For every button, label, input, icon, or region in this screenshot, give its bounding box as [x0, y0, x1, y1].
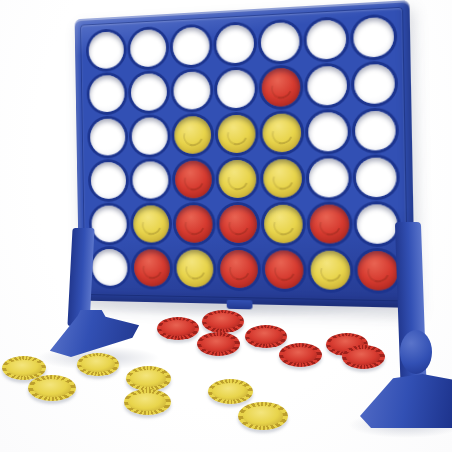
- loose-red-disc-4[interactable]: [245, 325, 287, 348]
- loose-red-disc-3[interactable]: [197, 332, 240, 356]
- loose-red-disc-5[interactable]: [279, 343, 322, 367]
- loose-yellow-disc-4[interactable]: [126, 366, 171, 391]
- loose-yellow-disc-6[interactable]: [208, 379, 253, 404]
- loose-yellow-disc-7[interactable]: [238, 402, 288, 430]
- loose-red-disc-2[interactable]: [202, 310, 244, 333]
- loose-yellow-disc-3[interactable]: [77, 353, 119, 376]
- loose-yellow-disc-2[interactable]: [28, 375, 76, 401]
- loose-red-disc-1[interactable]: [157, 317, 199, 340]
- loose-yellow-disc-5[interactable]: [124, 389, 171, 415]
- scene: [0, 0, 452, 452]
- table-discs: [0, 0, 452, 452]
- loose-red-disc-7[interactable]: [342, 345, 385, 369]
